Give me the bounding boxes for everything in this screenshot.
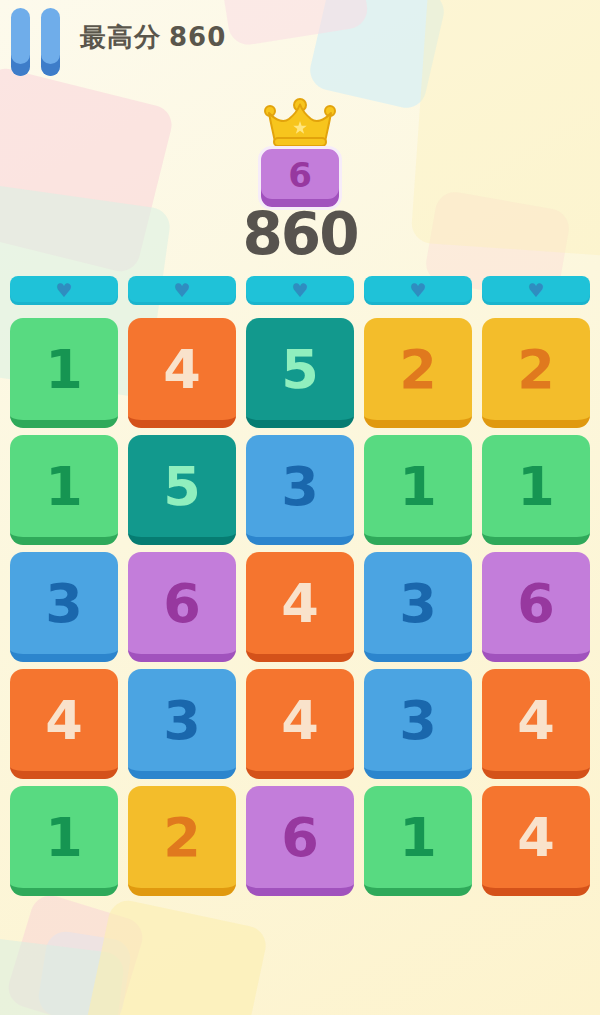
heart-icon: ♥ (55, 281, 72, 300)
best-tile-value: 6 (288, 155, 312, 195)
heart-bar: ♥ (364, 276, 472, 305)
tile[interactable]: 3 (128, 669, 236, 779)
tile[interactable]: 4 (246, 669, 354, 779)
tile[interactable]: 2 (482, 318, 590, 428)
pause-button[interactable] (11, 8, 63, 78)
current-score: 860 (0, 200, 600, 268)
tile[interactable]: 6 (482, 552, 590, 662)
heart-bar: ♥ (246, 276, 354, 305)
tile[interactable]: 3 (364, 669, 472, 779)
tile[interactable]: 3 (246, 435, 354, 545)
tile-grid: 1452215311364364343412614 (10, 318, 590, 896)
tile[interactable]: 3 (10, 552, 118, 662)
tile[interactable]: 2 (128, 786, 236, 896)
tile[interactable]: 1 (482, 435, 590, 545)
hearts-row: ♥♥♥♥♥ (10, 276, 590, 305)
tile[interactable]: 4 (482, 669, 590, 779)
pause-icon (11, 8, 30, 76)
tile[interactable]: 6 (246, 786, 354, 896)
tile[interactable]: 5 (246, 318, 354, 428)
crown-icon (263, 98, 337, 148)
tile[interactable]: 1 (10, 786, 118, 896)
high-score-label: 最高分 (80, 22, 161, 52)
tile[interactable]: 4 (482, 786, 590, 896)
heart-bar: ♥ (10, 276, 118, 305)
heart-bar: ♥ (482, 276, 590, 305)
bg-decoration (81, 897, 270, 1015)
tile[interactable]: 4 (10, 669, 118, 779)
pause-icon (41, 8, 60, 76)
high-score-value: 860 (169, 22, 226, 52)
tile[interactable]: 1 (10, 318, 118, 428)
tile[interactable]: 6 (128, 552, 236, 662)
tile[interactable]: 4 (128, 318, 236, 428)
heart-icon: ♥ (291, 281, 308, 300)
high-score: 最高分860 (80, 20, 226, 55)
tile[interactable]: 4 (246, 552, 354, 662)
heart-icon: ♥ (173, 281, 190, 300)
tile[interactable]: 2 (364, 318, 472, 428)
tile[interactable]: 1 (364, 786, 472, 896)
heart-icon: ♥ (409, 281, 426, 300)
tile[interactable]: 3 (364, 552, 472, 662)
tile[interactable]: 1 (364, 435, 472, 545)
tile[interactable]: 1 (10, 435, 118, 545)
heart-bar: ♥ (128, 276, 236, 305)
tile[interactable]: 5 (128, 435, 236, 545)
heart-icon: ♥ (527, 281, 544, 300)
